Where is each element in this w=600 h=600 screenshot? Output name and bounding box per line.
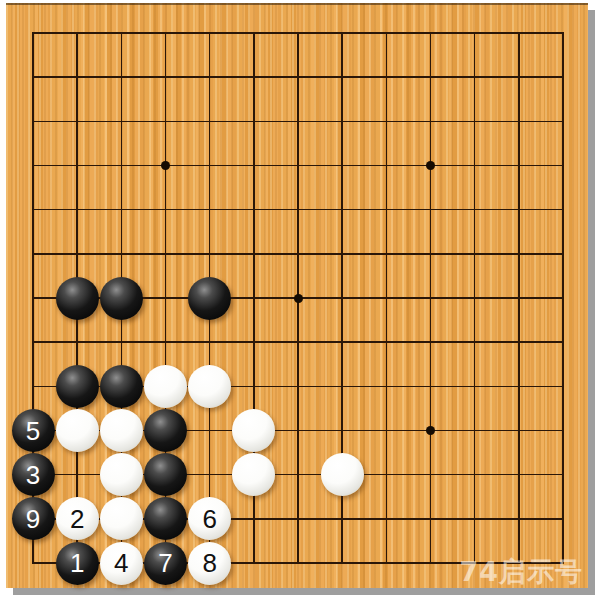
stone-black[interactable]: 7 — [144, 542, 187, 585]
move-number-label: 4 — [114, 550, 128, 576]
watermark-text: 74启示号 — [459, 554, 583, 590]
move-number-label: 5 — [26, 418, 40, 444]
stone-white[interactable]: 4 — [100, 542, 143, 585]
stone-white[interactable]: 6 — [188, 497, 231, 540]
grid-line-vertical — [386, 32, 388, 564]
stone-black[interactable] — [144, 409, 187, 452]
grid-line-horizontal — [32, 341, 564, 343]
grid-line-vertical — [562, 32, 564, 564]
stone-black[interactable] — [144, 453, 187, 496]
stone-white[interactable]: 8 — [188, 542, 231, 585]
stone-white[interactable] — [188, 365, 231, 408]
move-number-label: 6 — [202, 506, 216, 532]
move-number-label: 7 — [158, 550, 172, 576]
move-number-label: 8 — [202, 550, 216, 576]
stone-black[interactable]: 5 — [12, 409, 55, 452]
move-number-label: 9 — [26, 506, 40, 532]
stone-black[interactable] — [100, 365, 143, 408]
stone-white[interactable] — [56, 409, 99, 452]
grid-line-vertical — [518, 32, 520, 564]
stone-black[interactable] — [56, 365, 99, 408]
stone-black[interactable]: 3 — [12, 453, 55, 496]
board-top-edge — [6, 3, 588, 5]
stone-black[interactable]: 1 — [56, 542, 99, 585]
stone-white[interactable] — [321, 453, 364, 496]
move-number-label: 1 — [70, 550, 84, 576]
stone-white[interactable] — [100, 453, 143, 496]
stone-white[interactable]: 2 — [56, 497, 99, 540]
star-point — [426, 161, 435, 170]
page: 539261478 74启示号 — [0, 0, 600, 600]
stone-black[interactable] — [144, 497, 187, 540]
grid-line-vertical — [430, 32, 432, 564]
stone-white[interactable] — [144, 365, 187, 408]
stone-white[interactable] — [232, 453, 275, 496]
stone-white[interactable] — [100, 497, 143, 540]
stone-black[interactable] — [100, 277, 143, 320]
stone-white[interactable] — [232, 409, 275, 452]
go-board[interactable]: 539261478 — [6, 3, 588, 588]
move-number-label: 3 — [26, 462, 40, 488]
stone-black[interactable]: 9 — [12, 497, 55, 540]
stone-black[interactable] — [56, 277, 99, 320]
grid-line-vertical — [474, 32, 476, 564]
stone-black[interactable] — [188, 277, 231, 320]
stone-white[interactable] — [100, 409, 143, 452]
star-point — [161, 161, 170, 170]
star-point — [426, 426, 435, 435]
move-number-label: 2 — [70, 506, 84, 532]
star-point — [294, 294, 303, 303]
